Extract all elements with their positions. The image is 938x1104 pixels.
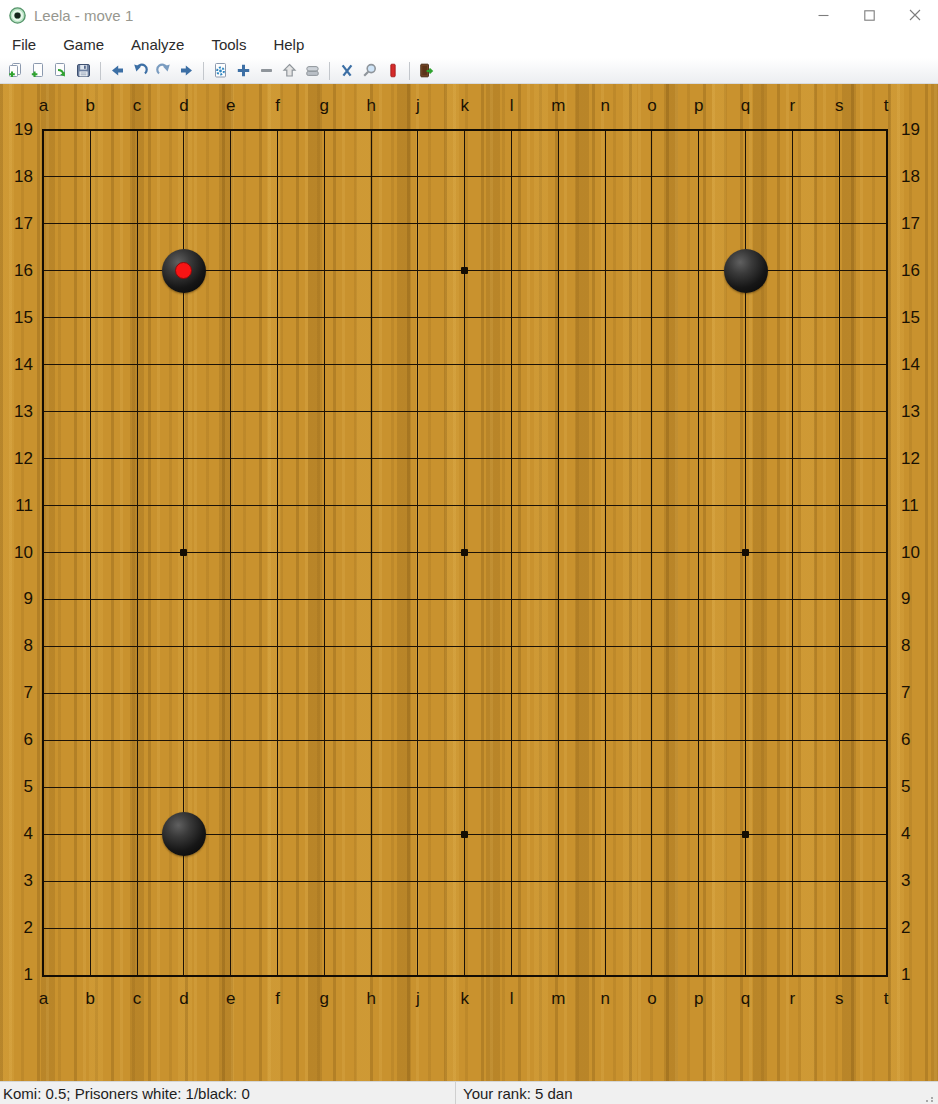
- coord-label-row: 15: [0, 308, 33, 328]
- arrow-left-icon[interactable]: [107, 60, 128, 82]
- coord-label-row: 2: [0, 918, 33, 938]
- coord-label-row: 19: [0, 120, 33, 140]
- menu-item-analyze[interactable]: Analyze: [121, 32, 194, 57]
- coord-label-row: 1: [0, 965, 33, 985]
- coord-label-row: 5: [0, 777, 33, 797]
- new-sheet-icon[interactable]: [27, 60, 48, 82]
- coord-label-row: 8: [0, 636, 33, 656]
- coord-label-col: r: [777, 96, 807, 116]
- coord-label-row: 10: [0, 543, 33, 563]
- coord-label-row: 4: [899, 824, 935, 844]
- coord-label-row: 14: [0, 355, 33, 375]
- menu-bar: FileGameAnalyzeToolsHelp: [0, 30, 938, 58]
- coord-label-row: 18: [899, 167, 935, 187]
- coord-label-row: 9: [899, 589, 935, 609]
- coord-label-col: a: [29, 989, 59, 1009]
- coord-label-col: e: [216, 96, 246, 116]
- toolbar-separator: [100, 62, 101, 80]
- coord-label-row: 13: [899, 402, 935, 422]
- coord-label-row: 7: [0, 683, 33, 703]
- coord-label-col: p: [684, 96, 714, 116]
- coord-label-row: 7: [899, 683, 935, 703]
- toolbar-separator: [203, 62, 204, 80]
- redo-arrow-icon[interactable]: [153, 60, 174, 82]
- red-bookmark-icon[interactable]: [382, 60, 403, 82]
- toolbar-separator: [409, 62, 410, 80]
- coord-label-row: 17: [899, 214, 935, 234]
- coord-label-row: 18: [0, 167, 33, 187]
- undo-arrow-icon[interactable]: [130, 60, 151, 82]
- menu-item-help[interactable]: Help: [263, 32, 314, 57]
- coord-label-col: s: [824, 989, 854, 1009]
- coord-label-col: t: [871, 96, 901, 116]
- coord-label-col: n: [590, 96, 620, 116]
- coord-label-col: l: [497, 989, 527, 1009]
- star-point: [461, 267, 468, 274]
- coord-label-col: s: [824, 96, 854, 116]
- title-bar[interactable]: Leela - move 1: [0, 0, 938, 30]
- coord-label-col: j: [403, 96, 433, 116]
- coord-label-col: k: [450, 989, 480, 1009]
- coord-label-col: q: [731, 96, 761, 116]
- coord-label-row: 17: [0, 214, 33, 234]
- plus-icon[interactable]: [233, 60, 254, 82]
- coord-label-row: 2: [899, 918, 935, 938]
- coord-label-col: o: [637, 96, 667, 116]
- coord-label-col: f: [263, 96, 293, 116]
- coord-label-row: 14: [899, 355, 935, 375]
- coord-label-row: 6: [899, 730, 935, 750]
- window-controls: [800, 0, 938, 30]
- coord-label-row: 11: [899, 496, 935, 516]
- status-komi-prisoners: Komi: 0.5; Prisoners white: 1/black: 0: [0, 1085, 455, 1102]
- coord-label-col: l: [497, 96, 527, 116]
- sheet-gear-icon[interactable]: [210, 60, 231, 82]
- close-button[interactable]: [892, 0, 938, 30]
- open-file-icon[interactable]: [50, 60, 71, 82]
- maximize-button[interactable]: [846, 0, 892, 30]
- coord-label-row: 10: [899, 543, 935, 563]
- black-stone-q16: [724, 249, 768, 293]
- coord-label-col: m: [543, 989, 573, 1009]
- toolbar: [0, 58, 938, 84]
- new-documents-icon[interactable]: [4, 60, 25, 82]
- coord-label-row: 16: [0, 261, 33, 281]
- magnifier-icon[interactable]: [359, 60, 380, 82]
- coord-label-col: t: [871, 989, 901, 1009]
- coord-label-col: q: [731, 989, 761, 1009]
- status-bar: Komi: 0.5; Prisoners white: 1/black: 0 Y…: [0, 1081, 938, 1104]
- coord-label-col: n: [590, 989, 620, 1009]
- exit-door-icon[interactable]: [416, 60, 437, 82]
- coord-label-row: 5: [899, 777, 935, 797]
- coord-label-row: 16: [899, 261, 935, 281]
- coord-label-col: m: [543, 96, 573, 116]
- menu-item-tools[interactable]: Tools: [201, 32, 256, 57]
- coord-label-row: 6: [0, 730, 33, 750]
- window-title: Leela - move 1: [34, 7, 133, 24]
- arrow-right-icon[interactable]: [176, 60, 197, 82]
- coord-label-row: 4: [0, 824, 33, 844]
- coord-label-col: o: [637, 989, 667, 1009]
- toolbar-separator: [329, 62, 330, 80]
- coord-label-col: d: [169, 96, 199, 116]
- coord-label-row: 9: [0, 589, 33, 609]
- x-icon[interactable]: [336, 60, 357, 82]
- coord-label-row: 1: [899, 965, 935, 985]
- coord-label-col: g: [309, 989, 339, 1009]
- menu-item-file[interactable]: File: [2, 32, 46, 57]
- coord-label-col: a: [29, 96, 59, 116]
- star-point: [461, 831, 468, 838]
- leela-window: Leela - move 1 FileGameAnalyzeToolsHelp …: [0, 0, 938, 1104]
- leela-eye-icon: [9, 7, 26, 24]
- coord-label-col: d: [169, 989, 199, 1009]
- coord-label-row: 12: [0, 449, 33, 469]
- coord-label-col: h: [356, 96, 386, 116]
- coord-label-col: h: [356, 989, 386, 1009]
- minimize-button[interactable]: [800, 0, 846, 30]
- star-point: [742, 831, 749, 838]
- coord-label-col: k: [450, 96, 480, 116]
- coord-label-col: j: [403, 989, 433, 1009]
- coord-label-col: f: [263, 989, 293, 1009]
- coord-label-row: 15: [899, 308, 935, 328]
- coord-label-row: 3: [0, 871, 33, 891]
- coord-label-col: e: [216, 989, 246, 1009]
- resize-grip-icon[interactable]: [924, 1090, 937, 1103]
- coord-label-col: c: [122, 989, 152, 1009]
- coord-label-col: c: [122, 96, 152, 116]
- status-rank: Your rank: 5 dan: [455, 1082, 938, 1104]
- coord-label-row: 11: [0, 496, 33, 516]
- black-stone-d4: [162, 812, 206, 856]
- coord-label-col: b: [75, 989, 105, 1009]
- coord-label-col: g: [309, 96, 339, 116]
- star-point: [180, 549, 187, 556]
- coord-label-row: 19: [899, 120, 935, 140]
- minus-icon[interactable]: [256, 60, 277, 82]
- coord-label-row: 8: [899, 636, 935, 656]
- star-point: [461, 549, 468, 556]
- drive-icon[interactable]: [302, 60, 323, 82]
- save-floppy-icon[interactable]: [73, 60, 94, 82]
- star-point: [742, 549, 749, 556]
- goban[interactable]: aabbccddeeffgghhjjkkllmmnnooppqqrrsstt19…: [0, 84, 938, 1081]
- coord-label-row: 12: [899, 449, 935, 469]
- menu-item-game[interactable]: Game: [53, 32, 114, 57]
- up-arrow-icon[interactable]: [279, 60, 300, 82]
- coord-label-row: 13: [0, 402, 33, 422]
- coord-label-col: p: [684, 989, 714, 1009]
- coord-label-col: b: [75, 96, 105, 116]
- coord-label-col: r: [777, 989, 807, 1009]
- coord-label-row: 3: [899, 871, 935, 891]
